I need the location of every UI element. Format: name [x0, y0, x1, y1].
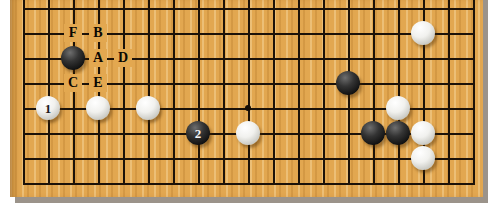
move-number: 2 — [195, 127, 202, 140]
star-point — [245, 105, 251, 111]
go-diagram: 12ABCDEF — [0, 0, 500, 210]
point-label-F[interactable]: F — [64, 24, 82, 42]
stone-white[interactable] — [411, 21, 435, 45]
stone-black[interactable] — [361, 121, 385, 145]
point-label-C[interactable]: C — [64, 74, 82, 92]
stone-black[interactable] — [386, 121, 410, 145]
go-board[interactable]: 12ABCDEF — [10, 0, 483, 197]
stone-white[interactable] — [86, 96, 110, 120]
stone-white[interactable] — [386, 96, 410, 120]
stone-black[interactable] — [336, 71, 360, 95]
point-label-D[interactable]: D — [114, 49, 132, 67]
point-label-A[interactable]: A — [89, 49, 107, 67]
stone-white[interactable] — [236, 121, 260, 145]
stone-white-move-1[interactable]: 1 — [36, 96, 60, 120]
point-label-E[interactable]: E — [89, 74, 107, 92]
stone-white[interactable] — [136, 96, 160, 120]
stone-black-move-2[interactable]: 2 — [186, 121, 210, 145]
stone-black[interactable] — [61, 46, 85, 70]
stone-white[interactable] — [411, 121, 435, 145]
move-number: 1 — [45, 102, 52, 115]
point-label-B[interactable]: B — [89, 24, 107, 42]
stone-white[interactable] — [411, 146, 435, 170]
